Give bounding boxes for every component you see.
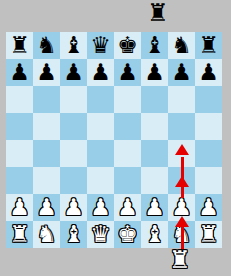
square-a2[interactable]: ♟	[6, 194, 33, 221]
white-king[interactable]: ♚	[117, 221, 138, 248]
square-h2[interactable]: ♟	[195, 194, 222, 221]
white-pawn[interactable]: ♟	[90, 194, 111, 221]
square-e6[interactable]	[114, 86, 141, 113]
square-h3[interactable]	[195, 167, 222, 194]
square-c1[interactable]: ♝	[60, 221, 87, 248]
move-arrow-line-middle	[181, 187, 184, 198]
black-rook[interactable]: ♜	[9, 32, 30, 59]
square-d5[interactable]	[87, 113, 114, 140]
square-d8[interactable]: ♛	[87, 32, 114, 59]
white-bishop[interactable]: ♝	[144, 221, 165, 248]
square-b4[interactable]	[33, 140, 60, 167]
white-rook[interactable]: ♜	[9, 221, 30, 248]
square-a1[interactable]: ♜	[6, 221, 33, 248]
white-pawn[interactable]: ♟	[198, 194, 219, 221]
square-h1[interactable]: ♜	[195, 221, 222, 248]
black-pawn[interactable]: ♟	[144, 59, 165, 86]
square-h6[interactable]	[195, 86, 222, 113]
black-knight[interactable]: ♞	[171, 32, 192, 59]
black-knight[interactable]: ♞	[36, 32, 57, 59]
black-queen[interactable]: ♛	[90, 32, 111, 59]
square-d2[interactable]: ♟	[87, 194, 114, 221]
square-g7[interactable]: ♟	[168, 59, 195, 86]
black-bishop[interactable]: ♝	[63, 32, 84, 59]
square-a3[interactable]	[6, 167, 33, 194]
square-b7[interactable]: ♟	[33, 59, 60, 86]
square-a4[interactable]	[6, 140, 33, 167]
square-f8[interactable]: ♝	[141, 32, 168, 59]
black-pawn[interactable]: ♟	[171, 59, 192, 86]
square-b8[interactable]: ♞	[33, 32, 60, 59]
square-a7[interactable]: ♟	[6, 59, 33, 86]
square-e1[interactable]: ♚	[114, 221, 141, 248]
dragged-white-rook[interactable]: ♜	[169, 247, 191, 274]
black-bishop[interactable]: ♝	[144, 32, 165, 59]
square-d7[interactable]: ♟	[87, 59, 114, 86]
chess-board: ♜♞♝♛♚♝♞♜♟♟♟♟♟♟♟♟♟♟♟♟♟♟♟♟♜♞♝♛♚♝♞♜	[6, 32, 222, 248]
square-b1[interactable]: ♞	[33, 221, 60, 248]
white-pawn[interactable]: ♟	[63, 194, 84, 221]
black-king[interactable]: ♚	[117, 32, 138, 59]
square-c3[interactable]	[60, 167, 87, 194]
square-e8[interactable]: ♚	[114, 32, 141, 59]
white-queen[interactable]: ♛	[90, 221, 111, 248]
black-pawn[interactable]: ♟	[63, 59, 84, 86]
square-d3[interactable]	[87, 167, 114, 194]
white-rook[interactable]: ♜	[198, 221, 219, 248]
white-knight[interactable]: ♞	[36, 221, 57, 248]
square-f7[interactable]: ♟	[141, 59, 168, 86]
square-g8[interactable]: ♞	[168, 32, 195, 59]
square-d6[interactable]	[87, 86, 114, 113]
square-f5[interactable]	[141, 113, 168, 140]
move-arrow-head-top	[175, 144, 189, 155]
square-b5[interactable]	[33, 113, 60, 140]
square-e4[interactable]	[114, 140, 141, 167]
black-pawn[interactable]: ♟	[36, 59, 57, 86]
square-b2[interactable]: ♟	[33, 194, 60, 221]
white-pawn[interactable]: ♟	[117, 194, 138, 221]
black-pawn[interactable]: ♟	[198, 59, 219, 86]
white-pawn[interactable]: ♟	[9, 194, 30, 221]
square-c8[interactable]: ♝	[60, 32, 87, 59]
square-e5[interactable]	[114, 113, 141, 140]
square-g5[interactable]	[168, 113, 195, 140]
square-h7[interactable]: ♟	[195, 59, 222, 86]
square-b6[interactable]	[33, 86, 60, 113]
move-arrow-head-middle	[175, 176, 189, 187]
square-e7[interactable]: ♟	[114, 59, 141, 86]
white-bishop[interactable]: ♝	[63, 221, 84, 248]
black-pawn[interactable]: ♟	[117, 59, 138, 86]
square-f2[interactable]: ♟	[141, 194, 168, 221]
square-f6[interactable]	[141, 86, 168, 113]
square-c4[interactable]	[60, 140, 87, 167]
white-pawn[interactable]: ♟	[144, 194, 165, 221]
square-g6[interactable]	[168, 86, 195, 113]
square-b3[interactable]	[33, 167, 60, 194]
square-e2[interactable]: ♟	[114, 194, 141, 221]
square-c7[interactable]: ♟	[60, 59, 87, 86]
square-e3[interactable]	[114, 167, 141, 194]
square-d1[interactable]: ♛	[87, 221, 114, 248]
black-pawn[interactable]: ♟	[90, 59, 111, 86]
square-h5[interactable]	[195, 113, 222, 140]
square-a6[interactable]	[6, 86, 33, 113]
dragged-black-rook[interactable]: ♜	[147, 0, 169, 27]
square-c6[interactable]	[60, 86, 87, 113]
square-a8[interactable]: ♜	[6, 32, 33, 59]
chess-app-window: ♜♞♝♛♚♝♞♜♟♟♟♟♟♟♟♟♟♟♟♟♟♟♟♟♜♞♝♛♚♝♞♜ ♜ ♜	[0, 0, 231, 276]
black-pawn[interactable]: ♟	[9, 59, 30, 86]
square-h4[interactable]	[195, 140, 222, 167]
square-f1[interactable]: ♝	[141, 221, 168, 248]
move-arrow-head-bottom	[175, 216, 189, 227]
square-c5[interactable]	[60, 113, 87, 140]
black-rook[interactable]: ♜	[198, 32, 219, 59]
square-c2[interactable]: ♟	[60, 194, 87, 221]
square-a5[interactable]	[6, 113, 33, 140]
square-h8[interactable]: ♜	[195, 32, 222, 59]
white-pawn[interactable]: ♟	[36, 194, 57, 221]
square-f3[interactable]	[141, 167, 168, 194]
square-f4[interactable]	[141, 140, 168, 167]
square-d4[interactable]	[87, 140, 114, 167]
